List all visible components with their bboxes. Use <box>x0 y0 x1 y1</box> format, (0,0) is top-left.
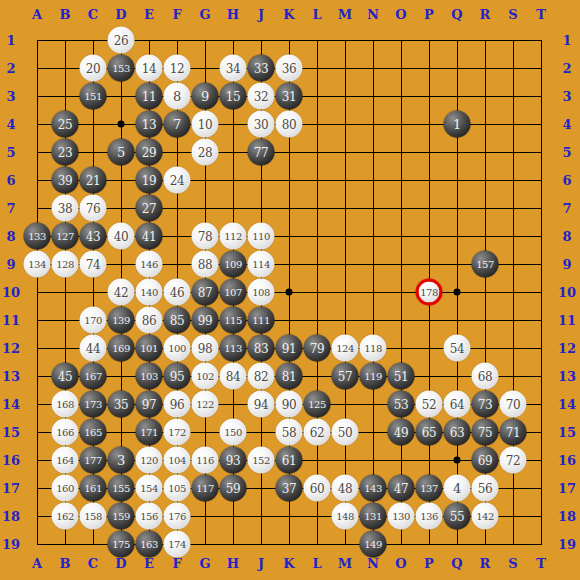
move-number: 72 <box>506 454 520 466</box>
stone-white-G16[interactable]: 116 <box>192 447 219 474</box>
stone-white-F16[interactable]: 104 <box>164 447 191 474</box>
stone-white-E18[interactable]: 156 <box>136 503 163 530</box>
move-number: 120 <box>140 455 158 465</box>
stone-white-P10-last-move[interactable]: 178 <box>416 279 443 306</box>
stone-white-E2[interactable]: 14 <box>136 55 163 82</box>
stone-black-N17[interactable]: 143 <box>360 475 387 502</box>
stone-black-G17[interactable]: 117 <box>192 475 219 502</box>
stone-white-B18[interactable]: 162 <box>52 503 79 530</box>
coord-right-3: 3 <box>562 90 571 103</box>
stone-black-G11[interactable]: 99 <box>192 307 219 334</box>
coord-right-15: 15 <box>558 426 576 439</box>
move-number: 27 <box>142 202 156 214</box>
move-number: 118 <box>364 343 382 353</box>
coord-right-16: 16 <box>558 454 576 467</box>
move-number: 25 <box>58 118 72 130</box>
move-number: 161 <box>84 483 102 493</box>
stone-black-D18[interactable]: 159 <box>108 503 135 530</box>
move-number: 124 <box>336 343 354 353</box>
stone-white-K15[interactable]: 58 <box>276 419 303 446</box>
coord-bottom-C: C <box>88 557 98 570</box>
stone-white-Q14[interactable]: 64 <box>444 391 471 418</box>
stone-white-M12[interactable]: 124 <box>332 335 359 362</box>
stone-white-J9[interactable]: 114 <box>248 251 275 278</box>
coord-left-2: 2 <box>6 62 15 75</box>
stone-white-M17[interactable]: 48 <box>332 475 359 502</box>
coord-right-13: 13 <box>558 370 576 383</box>
coord-right-5: 5 <box>562 146 571 159</box>
stone-black-C14[interactable]: 173 <box>80 391 107 418</box>
stone-white-D1[interactable]: 26 <box>108 27 135 54</box>
move-number: 20 <box>86 62 100 74</box>
stone-white-B7[interactable]: 38 <box>52 195 79 222</box>
stone-black-C6[interactable]: 21 <box>80 167 107 194</box>
move-number: 154 <box>140 483 158 493</box>
stone-black-F11[interactable]: 85 <box>164 307 191 334</box>
stone-white-P14[interactable]: 52 <box>416 391 443 418</box>
stone-white-Q12[interactable]: 54 <box>444 335 471 362</box>
move-number: 14 <box>142 62 156 74</box>
move-number: 19 <box>142 174 156 186</box>
stone-black-B8[interactable]: 127 <box>52 223 79 250</box>
move-number: 173 <box>84 399 102 409</box>
stone-black-D11[interactable]: 139 <box>108 307 135 334</box>
stone-black-B13[interactable]: 45 <box>52 363 79 390</box>
move-number: 78 <box>198 230 212 242</box>
move-number: 136 <box>420 511 438 521</box>
stone-white-C12[interactable]: 44 <box>80 335 107 362</box>
move-number: 58 <box>282 426 296 438</box>
stone-black-E6[interactable]: 19 <box>136 167 163 194</box>
stone-black-H11[interactable]: 115 <box>220 307 247 334</box>
stone-black-J2[interactable]: 33 <box>248 55 275 82</box>
go-board: ABCDEFGHJKLMNOPQRST ABCDEFGHJKLMNOPQRST … <box>0 0 580 580</box>
stone-white-G12[interactable]: 98 <box>192 335 219 362</box>
coord-bottom-E: E <box>144 557 154 570</box>
move-number: 175 <box>112 539 130 549</box>
move-number: 35 <box>114 398 128 410</box>
move-number: 44 <box>86 342 100 354</box>
stone-black-E19[interactable]: 163 <box>136 531 163 558</box>
move-number: 51 <box>394 370 408 382</box>
move-number: 85 <box>170 314 184 326</box>
stone-white-K4[interactable]: 80 <box>276 111 303 138</box>
stone-white-R13[interactable]: 68 <box>472 363 499 390</box>
star-point-K10 <box>286 289 293 296</box>
move-number: 113 <box>224 343 242 353</box>
stone-black-J11[interactable]: 111 <box>248 307 275 334</box>
move-number: 169 <box>112 343 130 353</box>
stone-black-J5[interactable]: 77 <box>248 139 275 166</box>
stone-white-B14[interactable]: 168 <box>52 391 79 418</box>
stone-white-C7[interactable]: 76 <box>80 195 107 222</box>
coord-left-12: 12 <box>2 342 20 355</box>
stone-white-L17[interactable]: 60 <box>304 475 331 502</box>
stone-white-Q17[interactable]: 4 <box>444 475 471 502</box>
stone-white-M18[interactable]: 148 <box>332 503 359 530</box>
move-number: 140 <box>140 287 158 297</box>
move-number: 101 <box>140 343 158 353</box>
stone-white-K2[interactable]: 36 <box>276 55 303 82</box>
stone-white-D10[interactable]: 42 <box>108 279 135 306</box>
stone-white-B9[interactable]: 128 <box>52 251 79 278</box>
move-number: 151 <box>84 91 102 101</box>
stone-white-S16[interactable]: 72 <box>500 447 527 474</box>
stone-black-C8[interactable]: 43 <box>80 223 107 250</box>
move-number: 81 <box>282 370 296 382</box>
stone-white-F17[interactable]: 105 <box>164 475 191 502</box>
stone-black-E13[interactable]: 103 <box>136 363 163 390</box>
move-number: 29 <box>142 146 156 158</box>
coord-left-18: 18 <box>2 510 20 523</box>
stone-black-C16[interactable]: 177 <box>80 447 107 474</box>
stone-black-Q15[interactable]: 63 <box>444 419 471 446</box>
coord-bottom-J: J <box>258 557 264 570</box>
stone-black-H9[interactable]: 109 <box>220 251 247 278</box>
move-number: 33 <box>254 62 268 74</box>
stone-black-R14[interactable]: 73 <box>472 391 499 418</box>
stone-white-E9[interactable]: 146 <box>136 251 163 278</box>
move-number: 53 <box>394 398 408 410</box>
move-number: 55 <box>450 510 464 522</box>
star-point-Q16 <box>454 457 461 464</box>
coord-left-14: 14 <box>2 398 20 411</box>
coord-right-7: 7 <box>562 202 571 215</box>
stone-black-O15[interactable]: 49 <box>388 419 415 446</box>
move-number: 60 <box>310 482 324 494</box>
coord-top-G: G <box>199 8 210 21</box>
stone-black-G3[interactable]: 9 <box>192 83 219 110</box>
move-number: 158 <box>84 511 102 521</box>
stone-black-B4[interactable]: 25 <box>52 111 79 138</box>
move-number: 177 <box>84 455 102 465</box>
move-number: 162 <box>56 511 74 521</box>
move-number: 34 <box>226 62 240 74</box>
move-number: 171 <box>140 427 158 437</box>
stone-white-F19[interactable]: 174 <box>164 531 191 558</box>
coord-bottom-T: T <box>536 557 546 570</box>
stone-black-A8[interactable]: 133 <box>24 223 51 250</box>
stone-white-C18[interactable]: 158 <box>80 503 107 530</box>
stone-black-D17[interactable]: 155 <box>108 475 135 502</box>
move-number: 127 <box>56 231 74 241</box>
coord-bottom-L: L <box>312 557 321 570</box>
stone-white-F10[interactable]: 46 <box>164 279 191 306</box>
move-number: 112 <box>224 231 242 241</box>
stone-black-J12[interactable]: 83 <box>248 335 275 362</box>
stone-white-F14[interactable]: 96 <box>164 391 191 418</box>
stone-white-D8[interactable]: 40 <box>108 223 135 250</box>
move-number: 117 <box>196 483 214 493</box>
stone-black-N18[interactable]: 131 <box>360 503 387 530</box>
coord-right-1: 1 <box>562 34 571 47</box>
move-number: 57 <box>338 370 352 382</box>
coord-bottom-N: N <box>367 557 379 570</box>
stone-black-M13[interactable]: 57 <box>332 363 359 390</box>
coord-left-16: 16 <box>2 454 20 467</box>
move-number: 119 <box>364 371 382 381</box>
stone-white-E11[interactable]: 86 <box>136 307 163 334</box>
coord-left-1: 1 <box>6 34 15 47</box>
move-number: 128 <box>56 259 74 269</box>
move-number: 167 <box>84 371 102 381</box>
stone-white-H15[interactable]: 150 <box>220 419 247 446</box>
move-number: 83 <box>254 342 268 354</box>
coord-bottom-K: K <box>283 557 294 570</box>
stone-white-C9[interactable]: 74 <box>80 251 107 278</box>
move-number: 159 <box>112 511 130 521</box>
stone-black-K13[interactable]: 81 <box>276 363 303 390</box>
stone-black-Q18[interactable]: 55 <box>444 503 471 530</box>
move-number: 56 <box>478 482 492 494</box>
move-number: 102 <box>196 371 214 381</box>
move-number: 97 <box>142 398 156 410</box>
stone-white-G4[interactable]: 10 <box>192 111 219 138</box>
move-number: 63 <box>450 426 464 438</box>
stone-white-C11[interactable]: 170 <box>80 307 107 334</box>
stone-black-R16[interactable]: 69 <box>472 447 499 474</box>
coord-bottom-A: A <box>32 557 42 570</box>
stone-white-J10[interactable]: 108 <box>248 279 275 306</box>
stone-white-C2[interactable]: 20 <box>80 55 107 82</box>
stone-black-O13[interactable]: 51 <box>388 363 415 390</box>
move-number: 37 <box>282 482 296 494</box>
stone-white-B17[interactable]: 160 <box>52 475 79 502</box>
star-point-Q10 <box>454 289 461 296</box>
move-number: 21 <box>86 174 100 186</box>
stone-white-F2[interactable]: 12 <box>164 55 191 82</box>
coord-bottom-M: M <box>338 557 352 570</box>
coord-left-13: 13 <box>2 370 20 383</box>
stone-white-G14[interactable]: 122 <box>192 391 219 418</box>
coord-bottom-B: B <box>60 557 71 570</box>
stone-black-N13[interactable]: 119 <box>360 363 387 390</box>
coord-left-7: 7 <box>6 202 15 215</box>
stone-white-B16[interactable]: 164 <box>52 447 79 474</box>
stone-black-D2[interactable]: 153 <box>108 55 135 82</box>
stone-black-H17[interactable]: 59 <box>220 475 247 502</box>
stone-black-S15[interactable]: 71 <box>500 419 527 446</box>
move-number: 31 <box>282 90 296 102</box>
stone-black-D16[interactable]: 3 <box>108 447 135 474</box>
move-number: 49 <box>394 426 408 438</box>
move-number: 47 <box>394 482 408 494</box>
stone-black-H3[interactable]: 15 <box>220 83 247 110</box>
stone-black-K12[interactable]: 91 <box>276 335 303 362</box>
stone-black-D5[interactable]: 5 <box>108 139 135 166</box>
stone-white-B15[interactable]: 166 <box>52 419 79 446</box>
coord-right-4: 4 <box>562 118 571 131</box>
move-number: 157 <box>476 259 494 269</box>
coord-right-11: 11 <box>558 314 576 327</box>
stone-white-E17[interactable]: 154 <box>136 475 163 502</box>
move-number: 133 <box>28 231 46 241</box>
stone-black-K17[interactable]: 37 <box>276 475 303 502</box>
stone-black-C17[interactable]: 161 <box>80 475 107 502</box>
stone-black-E7[interactable]: 27 <box>136 195 163 222</box>
coord-left-4: 4 <box>6 118 15 131</box>
stone-black-D14[interactable]: 35 <box>108 391 135 418</box>
coord-top-C: C <box>88 8 98 21</box>
stone-black-O17[interactable]: 47 <box>388 475 415 502</box>
move-number: 68 <box>478 370 492 382</box>
stone-black-E12[interactable]: 101 <box>136 335 163 362</box>
move-number: 10 <box>198 118 212 130</box>
stone-black-E4[interactable]: 13 <box>136 111 163 138</box>
stone-white-G13[interactable]: 102 <box>192 363 219 390</box>
coord-top-R: R <box>480 8 491 21</box>
stone-white-G9[interactable]: 88 <box>192 251 219 278</box>
stone-white-E10[interactable]: 140 <box>136 279 163 306</box>
stone-black-L14[interactable]: 125 <box>304 391 331 418</box>
stone-black-E14[interactable]: 97 <box>136 391 163 418</box>
stone-white-J13[interactable]: 82 <box>248 363 275 390</box>
move-number: 73 <box>478 398 492 410</box>
stone-white-E16[interactable]: 120 <box>136 447 163 474</box>
stone-white-F15[interactable]: 172 <box>164 419 191 446</box>
stone-white-F3[interactable]: 8 <box>164 83 191 110</box>
coord-left-8: 8 <box>6 230 15 243</box>
stone-white-O18[interactable]: 130 <box>388 503 415 530</box>
coord-right-6: 6 <box>562 174 571 187</box>
move-number: 143 <box>364 483 382 493</box>
stone-black-N19[interactable]: 149 <box>360 531 387 558</box>
coord-top-K: K <box>283 8 294 21</box>
move-number: 111 <box>252 315 270 325</box>
move-number: 59 <box>226 482 240 494</box>
stone-black-D12[interactable]: 169 <box>108 335 135 362</box>
move-number: 61 <box>282 454 296 466</box>
coord-left-5: 5 <box>6 146 15 159</box>
coord-bottom-G: G <box>199 557 210 570</box>
move-number: 28 <box>198 146 212 158</box>
stone-black-O14[interactable]: 53 <box>388 391 415 418</box>
move-number: 163 <box>140 539 158 549</box>
move-number: 38 <box>58 202 72 214</box>
stone-black-P15[interactable]: 65 <box>416 419 443 446</box>
move-number: 4 <box>453 482 461 495</box>
coord-bottom-S: S <box>508 557 517 570</box>
stone-white-J8[interactable]: 110 <box>248 223 275 250</box>
stone-white-N12[interactable]: 118 <box>360 335 387 362</box>
stone-black-B6[interactable]: 39 <box>52 167 79 194</box>
move-number: 125 <box>308 399 326 409</box>
stone-white-G5[interactable]: 28 <box>192 139 219 166</box>
stone-white-P18[interactable]: 136 <box>416 503 443 530</box>
move-number: 13 <box>142 118 156 130</box>
move-number: 95 <box>170 370 184 382</box>
move-number: 70 <box>506 398 520 410</box>
move-number: 153 <box>112 63 130 73</box>
stone-black-B5[interactable]: 23 <box>52 139 79 166</box>
stone-white-H2[interactable]: 34 <box>220 55 247 82</box>
stone-white-F12[interactable]: 100 <box>164 335 191 362</box>
move-number: 160 <box>56 483 74 493</box>
move-number: 156 <box>140 511 158 521</box>
stone-white-G8[interactable]: 78 <box>192 223 219 250</box>
stone-white-S14[interactable]: 70 <box>500 391 527 418</box>
stone-black-H16[interactable]: 93 <box>220 447 247 474</box>
stone-black-E15[interactable]: 171 <box>136 419 163 446</box>
stone-black-D19[interactable]: 175 <box>108 531 135 558</box>
stone-white-F18[interactable]: 176 <box>164 503 191 530</box>
stone-black-F13[interactable]: 95 <box>164 363 191 390</box>
move-number: 150 <box>224 427 242 437</box>
stone-black-P17[interactable]: 137 <box>416 475 443 502</box>
stone-black-K16[interactable]: 61 <box>276 447 303 474</box>
move-number: 131 <box>364 511 382 521</box>
coord-right-10: 10 <box>558 286 576 299</box>
coord-top-D: D <box>115 8 126 21</box>
move-number: 3 <box>117 454 125 467</box>
stone-black-K3[interactable]: 31 <box>276 83 303 110</box>
coord-right-8: 8 <box>562 230 571 243</box>
coord-top-H: H <box>227 8 239 21</box>
stone-white-J3[interactable]: 32 <box>248 83 275 110</box>
stone-black-R9[interactable]: 157 <box>472 251 499 278</box>
stone-white-R18[interactable]: 142 <box>472 503 499 530</box>
move-number: 65 <box>422 426 436 438</box>
stone-white-F6[interactable]: 24 <box>164 167 191 194</box>
move-number: 93 <box>226 454 240 466</box>
stone-black-H10[interactable]: 107 <box>220 279 247 306</box>
stone-black-C15[interactable]: 165 <box>80 419 107 446</box>
stone-white-H13[interactable]: 84 <box>220 363 247 390</box>
coord-right-19: 19 <box>558 538 576 551</box>
move-number: 103 <box>140 371 158 381</box>
stone-black-G10[interactable]: 87 <box>192 279 219 306</box>
move-number: 110 <box>252 231 270 241</box>
stone-black-E3[interactable]: 11 <box>136 83 163 110</box>
stone-white-K14[interactable]: 90 <box>276 391 303 418</box>
stone-black-Q4[interactable]: 1 <box>444 111 471 138</box>
move-number: 12 <box>170 62 184 74</box>
move-number: 94 <box>254 398 268 410</box>
stone-white-J16[interactable]: 152 <box>248 447 275 474</box>
move-number: 24 <box>170 174 184 186</box>
stone-black-C3[interactable]: 151 <box>80 83 107 110</box>
stone-white-J14[interactable]: 94 <box>248 391 275 418</box>
stone-black-F4[interactable]: 7 <box>164 111 191 138</box>
stone-black-E5[interactable]: 29 <box>136 139 163 166</box>
stone-black-L12[interactable]: 79 <box>304 335 331 362</box>
move-number: 9 <box>201 90 209 103</box>
stone-white-L15[interactable]: 62 <box>304 419 331 446</box>
stone-black-C13[interactable]: 167 <box>80 363 107 390</box>
move-number: 11 <box>142 90 156 102</box>
stone-black-R15[interactable]: 75 <box>472 419 499 446</box>
move-number: 30 <box>254 118 268 130</box>
stone-black-E8[interactable]: 41 <box>136 223 163 250</box>
move-number: 88 <box>198 258 212 270</box>
stone-black-H12[interactable]: 113 <box>220 335 247 362</box>
move-number: 45 <box>58 370 72 382</box>
coord-left-19: 19 <box>2 538 20 551</box>
stone-white-R17[interactable]: 56 <box>472 475 499 502</box>
coord-top-Q: Q <box>451 8 462 21</box>
stone-white-A9[interactable]: 134 <box>24 251 51 278</box>
stone-white-J4[interactable]: 30 <box>248 111 275 138</box>
stone-white-M15[interactable]: 50 <box>332 419 359 446</box>
move-number: 137 <box>420 483 438 493</box>
move-number: 8 <box>173 90 181 103</box>
move-number: 54 <box>450 342 464 354</box>
move-number: 122 <box>196 399 214 409</box>
stone-white-H8[interactable]: 112 <box>220 223 247 250</box>
move-number: 130 <box>392 511 410 521</box>
move-number: 170 <box>84 315 102 325</box>
move-number: 5 <box>117 146 125 159</box>
